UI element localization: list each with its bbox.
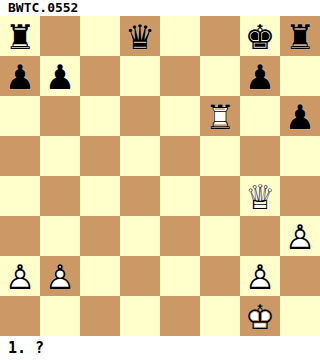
square-g6[interactable] <box>240 96 280 136</box>
square-d3[interactable] <box>120 216 160 256</box>
piece-white-pawn: ♙︎ <box>40 256 80 296</box>
square-d2[interactable] <box>120 256 160 296</box>
square-a3[interactable] <box>0 216 40 256</box>
square-e6[interactable] <box>160 96 200 136</box>
square-b8[interactable] <box>40 16 80 56</box>
square-d8[interactable]: ♛︎ <box>120 16 160 56</box>
piece-black-pawn: ♟︎ <box>40 56 80 96</box>
status-bar: 1. ? <box>0 336 320 360</box>
square-f1[interactable] <box>200 296 240 336</box>
square-b5[interactable] <box>40 136 80 176</box>
square-e2[interactable] <box>160 256 200 296</box>
square-c5[interactable] <box>80 136 120 176</box>
square-f3[interactable] <box>200 216 240 256</box>
piece-white-pawn: ♙︎ <box>0 256 40 296</box>
square-h1[interactable] <box>280 296 320 336</box>
square-a7[interactable]: ♟︎ <box>0 56 40 96</box>
square-e7[interactable] <box>160 56 200 96</box>
square-a4[interactable] <box>0 176 40 216</box>
square-b3[interactable] <box>40 216 80 256</box>
square-d4[interactable] <box>120 176 160 216</box>
square-e4[interactable] <box>160 176 200 216</box>
piece-black-pawn: ♟︎ <box>280 96 320 136</box>
square-c6[interactable] <box>80 96 120 136</box>
piece-white-king: ♔︎ <box>240 296 280 336</box>
square-f6[interactable]: ♜︎♖︎ <box>200 96 240 136</box>
piece-white-queen: ♕︎ <box>240 176 280 216</box>
square-f5[interactable] <box>200 136 240 176</box>
square-f7[interactable] <box>200 56 240 96</box>
square-f2[interactable] <box>200 256 240 296</box>
square-b6[interactable] <box>40 96 80 136</box>
square-a1[interactable] <box>0 296 40 336</box>
square-g8[interactable]: ♚︎ <box>240 16 280 56</box>
square-c8[interactable] <box>80 16 120 56</box>
square-f8[interactable] <box>200 16 240 56</box>
square-g5[interactable] <box>240 136 280 176</box>
square-h6[interactable]: ♟︎ <box>280 96 320 136</box>
square-g3[interactable] <box>240 216 280 256</box>
square-c2[interactable] <box>80 256 120 296</box>
square-e3[interactable] <box>160 216 200 256</box>
piece-white-rook: ♖︎ <box>200 96 240 136</box>
page-title: BWTC.0552 <box>8 0 78 16</box>
piece-black-king: ♚︎ <box>240 16 280 56</box>
square-h2[interactable] <box>280 256 320 296</box>
square-f4[interactable] <box>200 176 240 216</box>
square-h8[interactable]: ♜︎ <box>280 16 320 56</box>
piece-black-rook: ♜︎ <box>0 16 40 56</box>
square-b4[interactable] <box>40 176 80 216</box>
square-g2[interactable]: ♟︎♙︎ <box>240 256 280 296</box>
square-d6[interactable] <box>120 96 160 136</box>
piece-black-pawn: ♟︎ <box>240 56 280 96</box>
piece-white-pawn: ♙︎ <box>280 216 320 256</box>
square-c1[interactable] <box>80 296 120 336</box>
square-d5[interactable] <box>120 136 160 176</box>
piece-black-queen: ♛︎ <box>120 16 160 56</box>
square-a6[interactable] <box>0 96 40 136</box>
title-bar: BWTC.0552 <box>0 0 320 16</box>
square-b1[interactable] <box>40 296 80 336</box>
square-h5[interactable] <box>280 136 320 176</box>
square-h3[interactable]: ♟︎♙︎ <box>280 216 320 256</box>
piece-black-pawn: ♟︎ <box>0 56 40 96</box>
square-a2[interactable]: ♟︎♙︎ <box>0 256 40 296</box>
chess-board: ♜︎♛︎♚︎♜︎♟︎♟︎♟︎♜︎♖︎♟︎♛︎♕︎♟︎♙︎♟︎♙︎♟︎♙︎♟︎♙︎… <box>0 16 320 336</box>
square-g7[interactable]: ♟︎ <box>240 56 280 96</box>
square-e8[interactable] <box>160 16 200 56</box>
square-h7[interactable] <box>280 56 320 96</box>
square-c3[interactable] <box>80 216 120 256</box>
move-prompt: 1. ? <box>8 336 44 360</box>
square-c4[interactable] <box>80 176 120 216</box>
square-d7[interactable] <box>120 56 160 96</box>
square-g1[interactable]: ♚︎♔︎ <box>240 296 280 336</box>
piece-black-rook: ♜︎ <box>280 16 320 56</box>
square-b2[interactable]: ♟︎♙︎ <box>40 256 80 296</box>
square-g4[interactable]: ♛︎♕︎ <box>240 176 280 216</box>
square-e1[interactable] <box>160 296 200 336</box>
square-b7[interactable]: ♟︎ <box>40 56 80 96</box>
square-d1[interactable] <box>120 296 160 336</box>
square-c7[interactable] <box>80 56 120 96</box>
square-a5[interactable] <box>0 136 40 176</box>
piece-white-pawn: ♙︎ <box>240 256 280 296</box>
square-e5[interactable] <box>160 136 200 176</box>
square-a8[interactable]: ♜︎ <box>0 16 40 56</box>
square-h4[interactable] <box>280 176 320 216</box>
